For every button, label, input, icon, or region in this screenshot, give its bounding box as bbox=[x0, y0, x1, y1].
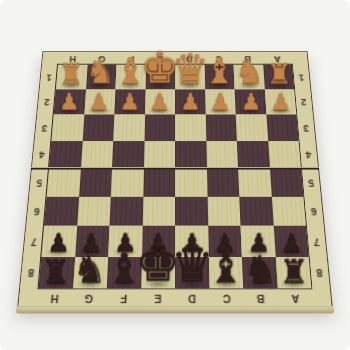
chess-board[interactable]: HGFEDCBA1♜♞♝♚♛♝♞♜12♟♟♟♟♟♟♟♟2334455667♟♟♟… bbox=[17, 51, 333, 307]
square-b8[interactable]: ♞ bbox=[242, 257, 277, 289]
square-g8[interactable]: ♞ bbox=[73, 257, 108, 289]
piece-black-knight[interactable]: ♞ bbox=[73, 251, 107, 287]
piece-white-pawn[interactable]: ♟ bbox=[271, 92, 292, 114]
square-d1[interactable]: ♛ bbox=[175, 65, 205, 89]
square-f2[interactable]: ♟ bbox=[114, 89, 145, 114]
square-e3[interactable] bbox=[144, 114, 175, 140]
square-h8[interactable]: ♜ bbox=[39, 257, 75, 289]
board-perspective-wrap: HGFEDCBA1♜♞♝♚♛♝♞♜12♟♟♟♟♟♟♟♟2334455667♟♟♟… bbox=[31, 24, 319, 312]
square-d6[interactable] bbox=[175, 196, 208, 225]
rank-label-left-6: 6 bbox=[26, 196, 46, 225]
square-f3[interactable] bbox=[113, 114, 144, 140]
square-g2[interactable]: ♟ bbox=[84, 89, 115, 114]
piece-black-rook[interactable]: ♜ bbox=[41, 257, 70, 288]
square-c3[interactable] bbox=[205, 114, 236, 140]
file-label-bottom-b: B bbox=[243, 289, 278, 307]
rank-label-right-8: 8 bbox=[309, 257, 330, 289]
square-e6[interactable] bbox=[142, 196, 175, 225]
file-label-bottom-h: H bbox=[37, 289, 73, 307]
square-c6[interactable] bbox=[207, 196, 240, 225]
square-b6[interactable] bbox=[239, 196, 273, 225]
square-b2[interactable]: ♟ bbox=[235, 89, 266, 114]
square-a4[interactable] bbox=[268, 141, 301, 168]
square-g5[interactable] bbox=[79, 168, 112, 196]
square-a3[interactable] bbox=[266, 114, 299, 140]
square-g3[interactable] bbox=[82, 114, 114, 140]
board-border-corner-top-left bbox=[42, 52, 59, 65]
piece-white-pawn[interactable]: ♟ bbox=[59, 92, 80, 114]
file-label-bottom-e: E bbox=[141, 289, 175, 307]
file-label-bottom-f: F bbox=[106, 289, 141, 307]
square-c1[interactable]: ♝ bbox=[204, 65, 234, 89]
square-c4[interactable] bbox=[206, 141, 238, 168]
board-border-corner-bottom-left bbox=[18, 289, 38, 307]
square-e5[interactable] bbox=[143, 168, 175, 196]
file-label-bottom-g: G bbox=[72, 289, 107, 307]
square-h2[interactable]: ♟ bbox=[54, 89, 86, 114]
piece-white-pawn[interactable]: ♟ bbox=[240, 92, 261, 114]
square-a2[interactable]: ♟ bbox=[264, 89, 296, 114]
square-d2[interactable]: ♟ bbox=[175, 89, 205, 114]
rank-label-right-6: 6 bbox=[303, 196, 323, 225]
square-b4[interactable] bbox=[237, 141, 270, 168]
file-label-bottom-c: C bbox=[209, 289, 244, 307]
file-label-bottom-a: A bbox=[277, 289, 313, 307]
square-f8[interactable]: ♝ bbox=[107, 257, 142, 289]
square-f5[interactable] bbox=[111, 168, 144, 196]
square-d8[interactable]: ♛ bbox=[175, 257, 209, 289]
piece-white-rook[interactable]: ♜ bbox=[58, 61, 83, 88]
square-c2[interactable]: ♟ bbox=[205, 89, 236, 114]
square-a8[interactable]: ♜ bbox=[275, 257, 311, 289]
piece-white-pawn[interactable]: ♟ bbox=[89, 92, 110, 114]
square-a6[interactable] bbox=[271, 196, 306, 225]
rank-label-right-5: 5 bbox=[301, 168, 321, 196]
piece-white-pawn[interactable]: ♟ bbox=[119, 92, 140, 114]
square-e2[interactable]: ♟ bbox=[145, 89, 175, 114]
square-b5[interactable] bbox=[238, 168, 271, 196]
piece-white-pawn[interactable]: ♟ bbox=[180, 92, 201, 114]
square-h5[interactable] bbox=[47, 168, 81, 196]
square-d3[interactable] bbox=[175, 114, 206, 140]
square-g6[interactable] bbox=[77, 196, 111, 225]
square-e8[interactable]: ♚ bbox=[141, 257, 175, 289]
board-border-corner-top-right bbox=[291, 52, 308, 65]
square-a1[interactable]: ♜ bbox=[263, 65, 294, 89]
file-label-bottom-d: D bbox=[175, 289, 209, 307]
piece-black-bishop[interactable]: ♝ bbox=[105, 248, 142, 287]
square-g4[interactable] bbox=[81, 141, 114, 168]
square-h6[interactable] bbox=[44, 196, 79, 225]
board-border-corner-bottom-right bbox=[311, 289, 331, 307]
rank-label-right-4: 4 bbox=[299, 141, 318, 168]
rank-label-right-3: 3 bbox=[296, 114, 315, 140]
piece-white-rook[interactable]: ♜ bbox=[267, 61, 292, 88]
square-b1[interactable]: ♞ bbox=[234, 65, 265, 89]
square-e4[interactable] bbox=[144, 141, 176, 168]
piece-black-bishop[interactable]: ♝ bbox=[208, 248, 245, 287]
square-g1[interactable]: ♞ bbox=[86, 65, 117, 89]
square-d5[interactable] bbox=[175, 168, 207, 196]
square-a5[interactable] bbox=[270, 168, 304, 196]
square-f4[interactable] bbox=[112, 141, 144, 168]
square-b3[interactable] bbox=[236, 114, 268, 140]
board-edge-thickness bbox=[16, 306, 335, 313]
square-h1[interactable]: ♜ bbox=[56, 65, 87, 89]
piece-white-pawn[interactable]: ♟ bbox=[210, 92, 231, 114]
rank-label-right-7: 7 bbox=[306, 226, 327, 257]
piece-black-knight[interactable]: ♞ bbox=[243, 251, 277, 287]
product-photo: HGFEDCBA1♜♞♝♚♛♝♞♜12♟♟♟♟♟♟♟♟2334455667♟♟♟… bbox=[0, 0, 350, 350]
rank-label-right-2: 2 bbox=[294, 89, 313, 114]
rank-label-right-1: 1 bbox=[292, 65, 310, 89]
rank-label-left-4: 4 bbox=[32, 141, 51, 168]
square-c8[interactable]: ♝ bbox=[208, 257, 243, 289]
square-f6[interactable] bbox=[109, 196, 142, 225]
square-c5[interactable] bbox=[207, 168, 240, 196]
square-h3[interactable] bbox=[51, 114, 84, 140]
piece-black-rook[interactable]: ♜ bbox=[280, 257, 309, 288]
square-h4[interactable] bbox=[49, 141, 82, 168]
piece-white-pawn[interactable]: ♟ bbox=[149, 92, 170, 114]
square-d4[interactable] bbox=[175, 141, 207, 168]
